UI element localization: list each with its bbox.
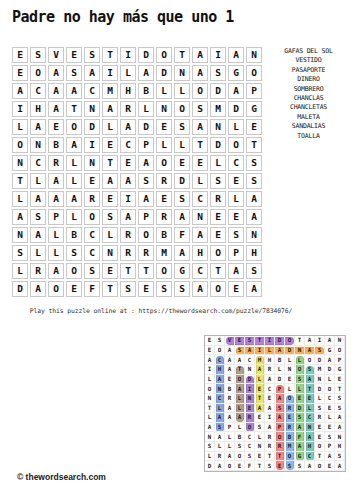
- solution-cell: C: [305, 452, 315, 462]
- grid-cell: L: [156, 83, 172, 99]
- solution-cell: A: [275, 394, 285, 404]
- solution-cell: L: [215, 442, 225, 452]
- word-list-item: PASAPORTE: [264, 66, 353, 75]
- solution-cell: A: [275, 346, 285, 356]
- grid-cell: N: [246, 227, 262, 243]
- grid-cell: N: [210, 119, 226, 135]
- solution-cell: S: [245, 452, 255, 462]
- grid-cell: H: [192, 245, 208, 261]
- solution-cell: P: [325, 442, 335, 452]
- solution-cell: O: [215, 346, 225, 356]
- solution-cell: E: [305, 394, 315, 404]
- grid-cell: R: [156, 173, 172, 189]
- grid-cell: O: [156, 155, 172, 171]
- solution-cell: C: [325, 394, 335, 404]
- grid-cell: E: [228, 281, 244, 297]
- solution-cell: R: [265, 365, 275, 375]
- grid-cell: R: [210, 191, 226, 207]
- word-list-item: MALETA: [264, 113, 353, 122]
- grid-cell: T: [66, 101, 82, 117]
- grid-cell: F: [174, 227, 190, 243]
- grid-cell: D: [84, 119, 100, 135]
- solution-cell: P: [275, 384, 285, 394]
- solution-cell: E: [255, 413, 265, 423]
- grid-cell: E: [12, 65, 28, 81]
- solution-cell: T: [235, 365, 245, 375]
- grid-cell: L: [66, 173, 82, 189]
- grid-cell: S: [210, 173, 226, 189]
- solution-cell: S: [325, 432, 335, 442]
- grid-cell: E: [84, 173, 100, 189]
- grid-cell: D: [138, 47, 154, 63]
- solution-cell: S: [315, 346, 325, 356]
- solution-cell: E: [225, 375, 235, 385]
- solution-cell: H: [335, 442, 345, 452]
- solution-cell: L: [225, 432, 235, 442]
- grid-cell: O: [66, 263, 82, 279]
- grid-cell: S: [228, 227, 244, 243]
- grid-cell: O: [210, 245, 226, 261]
- solution-cell: A: [225, 346, 235, 356]
- grid-cell: D: [12, 281, 28, 297]
- solution-cell: R: [285, 423, 295, 433]
- grid-cell: L: [102, 227, 118, 243]
- grid-cell: A: [48, 173, 64, 189]
- solution-cell: L: [255, 375, 265, 385]
- solution-cell: R: [275, 442, 285, 452]
- solution-cell: N: [205, 394, 215, 404]
- grid-cell: N: [156, 101, 172, 117]
- grid-cell: D: [210, 137, 226, 153]
- solution-cell: O: [285, 394, 295, 404]
- grid-cell: A: [66, 83, 82, 99]
- grid-cell: A: [102, 101, 118, 117]
- solution-cell: N: [215, 384, 225, 394]
- grid-cell: A: [48, 101, 64, 117]
- solution-cell: F: [245, 461, 255, 471]
- solution-cell: T: [255, 394, 265, 404]
- grid-cell: E: [156, 119, 172, 135]
- grid-cell: L: [12, 263, 28, 279]
- solution-cell: E: [325, 461, 335, 471]
- grid-cell: A: [138, 191, 154, 207]
- solution-cell: E: [285, 413, 295, 423]
- solution-cell: S: [235, 442, 245, 452]
- grid-cell: L: [228, 119, 244, 135]
- grid-cell: T: [102, 155, 118, 171]
- solution-cell: H: [215, 365, 225, 375]
- word-list-item: TOALLA: [264, 132, 353, 141]
- grid-cell: N: [30, 137, 46, 153]
- solution-cell: R: [285, 404, 295, 414]
- solution-cell: B: [285, 432, 295, 442]
- solution-cell: E: [275, 461, 285, 471]
- solution-cell: T: [255, 461, 265, 471]
- grid-cell: B: [156, 227, 172, 243]
- grid-cell: P: [138, 137, 154, 153]
- solution-cell: A: [215, 413, 225, 423]
- solution-cell: O: [315, 461, 325, 471]
- grid-cell: T: [246, 137, 262, 153]
- solution-cell: P: [275, 423, 285, 433]
- grid-cell: C: [120, 137, 136, 153]
- solution-cell: A: [245, 346, 255, 356]
- solution-cell: O: [315, 442, 325, 452]
- solution-cell: S: [335, 404, 345, 414]
- grid-cell: A: [48, 191, 64, 207]
- solution-cell: D: [245, 375, 255, 385]
- grid-cell: L: [210, 155, 226, 171]
- grid-cell: G: [246, 101, 262, 117]
- grid-cell: I: [120, 191, 136, 207]
- grid-cell: O: [138, 227, 154, 243]
- solution-cell: A: [265, 375, 275, 385]
- grid-cell: N: [246, 47, 262, 63]
- grid-cell: E: [210, 209, 226, 225]
- solution-cell: B: [225, 384, 235, 394]
- solution-cell: C: [215, 394, 225, 404]
- solution-cell: O: [275, 432, 285, 442]
- solution-cell: O: [305, 355, 315, 365]
- grid-cell: E: [174, 155, 190, 171]
- solution-cell: C: [245, 355, 255, 365]
- solution-cell: A: [305, 432, 315, 442]
- solution-cell: L: [205, 413, 215, 423]
- solution-cell: A: [215, 461, 225, 471]
- grid-cell: L: [30, 245, 46, 261]
- grid-cell: C: [30, 155, 46, 171]
- grid-cell: S: [102, 209, 118, 225]
- solution-cell: L: [315, 394, 325, 404]
- grid-cell: C: [192, 191, 208, 207]
- solution-cell: A: [235, 384, 245, 394]
- solution-cell: I: [265, 413, 275, 423]
- grid-cell: D: [138, 119, 154, 135]
- grid-cell: I: [12, 101, 28, 117]
- grid-cell: P: [48, 209, 64, 225]
- word-list-item: SOMBRERO: [264, 85, 353, 94]
- solution-cell: A: [335, 423, 345, 433]
- solution-cell: O: [285, 452, 295, 462]
- grid-cell: M: [102, 83, 118, 99]
- grid-cell: A: [174, 245, 190, 261]
- grid-cell: O: [174, 101, 190, 117]
- grid-cell: T: [102, 281, 118, 297]
- grid-cell: R: [120, 101, 136, 117]
- grid-cell: L: [48, 227, 64, 243]
- solution-cell: N: [245, 394, 255, 404]
- solution-cell: A: [305, 375, 315, 385]
- grid-cell: A: [120, 119, 136, 135]
- grid-cell: A: [30, 227, 46, 243]
- grid-cell: C: [228, 155, 244, 171]
- grid-cell: S: [174, 191, 190, 207]
- solution-cell: S: [235, 346, 245, 356]
- solution-cell: H: [305, 442, 315, 452]
- puzzle-title: Padre no hay más que uno 1: [12, 8, 234, 26]
- solution-cell: R: [315, 413, 325, 423]
- grid-cell: A: [192, 47, 208, 63]
- solution-cell: R: [265, 432, 275, 442]
- solution-cell: C: [305, 413, 315, 423]
- solution-cell: N: [245, 365, 255, 375]
- solution-cell: L: [295, 384, 305, 394]
- solution-cell: T: [295, 336, 305, 346]
- grid-cell: T: [192, 137, 208, 153]
- solution-cell: A: [325, 336, 335, 346]
- solution-cell: L: [255, 432, 265, 442]
- solution-cell: C: [215, 355, 225, 365]
- solution-cell: A: [205, 355, 215, 365]
- grid-cell: S: [30, 47, 46, 63]
- word-list-item: SANDALIAS: [264, 122, 353, 131]
- solution-cell: V: [225, 336, 235, 346]
- solution-cell: G: [325, 346, 335, 356]
- solution-cell: C: [245, 432, 255, 442]
- solution-cell: P: [335, 355, 345, 365]
- grid-cell: O: [12, 137, 28, 153]
- grid-cell: A: [138, 65, 154, 81]
- grid-cell: P: [246, 83, 262, 99]
- solution-cell: T: [265, 452, 275, 462]
- grid-cell: R: [84, 191, 100, 207]
- solution-cell: B: [275, 355, 285, 365]
- grid-cell: T: [138, 263, 154, 279]
- grid-cell: C: [30, 83, 46, 99]
- solution-cell: A: [255, 365, 265, 375]
- play-online-text: Play this puzzle online at : https://the…: [0, 307, 322, 315]
- grid-cell: O: [246, 65, 262, 81]
- grid-cell: N: [84, 101, 100, 117]
- grid-cell: E: [12, 47, 28, 63]
- solution-cell: P: [225, 423, 235, 433]
- solution-cell: A: [235, 355, 245, 365]
- grid-cell: E: [102, 263, 118, 279]
- solution-cell: O: [245, 423, 255, 433]
- grid-cell: O: [48, 281, 64, 297]
- grid-cell: I: [84, 137, 100, 153]
- solution-cell: F: [295, 432, 305, 442]
- solution-cell: E: [315, 423, 325, 433]
- grid-cell: I: [120, 47, 136, 63]
- grid-cell: R: [30, 263, 46, 279]
- solution-cell: S: [305, 365, 315, 375]
- solution-cell: A: [235, 413, 245, 423]
- solution-cell: L: [205, 452, 215, 462]
- solution-cell: A: [295, 423, 305, 433]
- solution-cell: I: [205, 365, 215, 375]
- grid-cell: S: [174, 119, 190, 135]
- grid-cell: R: [138, 245, 154, 261]
- solution-cell: D: [275, 336, 285, 346]
- grid-cell: P: [228, 245, 244, 261]
- grid-cell: I: [210, 47, 226, 63]
- word-list-item: CHANCLAS: [264, 94, 353, 103]
- solution-cell: A: [225, 452, 235, 462]
- puzzle-grid: ESVESTIDOTAIANEOASAILADNASGOACAACMHBLLOD…: [12, 47, 262, 297]
- grid-cell: A: [12, 83, 28, 99]
- solution-cell: E: [255, 452, 265, 462]
- solution-cell: S: [285, 461, 295, 471]
- grid-cell: N: [174, 65, 190, 81]
- grid-cell: A: [192, 119, 208, 135]
- grid-cell: O: [210, 281, 226, 297]
- solution-cell: O: [235, 375, 245, 385]
- grid-cell: A: [66, 137, 82, 153]
- grid-cell: A: [192, 281, 208, 297]
- grid-cell: L: [228, 191, 244, 207]
- grid-cell: E: [246, 119, 262, 135]
- grid-cell: L: [102, 119, 118, 135]
- solution-cell: R: [225, 394, 235, 404]
- solution-cell: S: [295, 413, 305, 423]
- grid-cell: S: [156, 281, 172, 297]
- grid-cell: E: [102, 137, 118, 153]
- grid-cell: E: [66, 47, 82, 63]
- solution-cell: L: [305, 404, 315, 414]
- word-list-item: VESTIDO: [264, 56, 353, 65]
- grid-cell: E: [156, 191, 172, 207]
- grid-cell: G: [174, 263, 190, 279]
- solution-cell: T: [315, 452, 325, 462]
- grid-cell: A: [192, 227, 208, 243]
- solution-cell: O: [205, 384, 215, 394]
- solution-cell: N: [205, 432, 215, 442]
- solution-cell: A: [255, 404, 265, 414]
- grid-cell: D: [228, 101, 244, 117]
- solution-cell: O: [325, 384, 335, 394]
- grid-cell: R: [120, 245, 136, 261]
- grid-cell: A: [246, 209, 262, 225]
- solution-cell: L: [325, 413, 335, 423]
- solution-cell: A: [265, 423, 275, 433]
- grid-cell: E: [210, 227, 226, 243]
- grid-cell: B: [66, 227, 82, 243]
- solution-cell: L: [235, 404, 245, 414]
- solution-cell: L: [205, 375, 215, 385]
- grid-cell: S: [246, 263, 262, 279]
- solution-cell: T: [255, 336, 265, 346]
- solution-cell: L: [225, 442, 235, 452]
- solution-cell: S: [215, 336, 225, 346]
- solution-cell: D: [275, 375, 285, 385]
- solution-cell: R: [265, 442, 275, 452]
- solution-cell: I: [265, 336, 275, 346]
- solution-cell: E: [325, 404, 335, 414]
- grid-cell: N: [102, 245, 118, 261]
- grid-cell: A: [12, 209, 28, 225]
- solution-cell: S: [335, 394, 345, 404]
- solution-cell: N: [295, 346, 305, 356]
- grid-cell: L: [174, 83, 190, 99]
- grid-cell: A: [120, 209, 136, 225]
- solution-cell: D: [315, 355, 325, 365]
- solution-cell: G: [335, 365, 345, 375]
- solution-cell: T: [335, 384, 345, 394]
- grid-cell: L: [30, 173, 46, 189]
- solution-cell: S: [275, 404, 285, 414]
- solution-panel: ESVESTIDOTAIANEOASAILADNASGOACAACMHBLLOD…: [204, 335, 346, 472]
- solution-cell: N: [335, 336, 345, 346]
- solution-cell: A: [305, 346, 315, 356]
- grid-cell: R: [48, 155, 64, 171]
- grid-cell: T: [12, 173, 28, 189]
- solution-cell: N: [255, 442, 265, 452]
- solution-cell: S: [335, 452, 345, 462]
- grid-cell: S: [84, 47, 100, 63]
- grid-cell: L: [12, 191, 28, 207]
- grid-cell: E: [228, 173, 244, 189]
- grid-cell: E: [120, 155, 136, 171]
- grid-cell: L: [120, 65, 136, 81]
- grid-cell: S: [246, 173, 262, 189]
- solution-cell: A: [335, 413, 345, 423]
- grid-cell: H: [246, 245, 262, 261]
- grid-cell: L: [192, 173, 208, 189]
- grid-cell: O: [84, 209, 100, 225]
- grid-cell: O: [156, 47, 172, 63]
- grid-cell: O: [30, 65, 46, 81]
- grid-cell: A: [246, 191, 262, 207]
- solution-cell: S: [315, 404, 325, 414]
- grid-cell: O: [228, 137, 244, 153]
- solution-cell: A: [305, 461, 315, 471]
- grid-cell: E: [102, 191, 118, 207]
- solution-cell: O: [335, 346, 345, 356]
- solution-cell: M: [285, 442, 295, 452]
- solution-cell: L: [235, 394, 245, 404]
- grid-cell: L: [174, 137, 190, 153]
- solution-cell: A: [295, 442, 305, 452]
- word-list-item: DINERO: [264, 75, 353, 84]
- grid-cell: A: [30, 281, 46, 297]
- grid-cell: A: [48, 263, 64, 279]
- solution-cell: B: [235, 432, 245, 442]
- grid-cell: E: [138, 281, 154, 297]
- solution-cell: E: [235, 461, 245, 471]
- solution-cell: T: [205, 404, 215, 414]
- grid-cell: A: [138, 155, 154, 171]
- solution-cell: R: [245, 413, 255, 423]
- solution-cell: N: [305, 423, 315, 433]
- solution-cell: A: [225, 355, 235, 365]
- solution-cell: S: [295, 375, 305, 385]
- grid-cell: C: [84, 227, 100, 243]
- solution-cell: I: [245, 384, 255, 394]
- grid-cell: T: [210, 263, 226, 279]
- grid-cell: S: [246, 155, 262, 171]
- solution-cell: L: [215, 404, 225, 414]
- grid-cell: S: [174, 281, 190, 297]
- grid-cell: T: [174, 47, 190, 63]
- solution-grid: ESVESTIDOTAIANEOASAILADNASGOACAACMHBLLOD…: [205, 336, 345, 471]
- solution-cell: A: [325, 452, 335, 462]
- solution-cell: D: [315, 384, 325, 394]
- solution-cell: E: [315, 432, 325, 442]
- solution-cell: A: [275, 413, 285, 423]
- grid-cell: H: [30, 101, 46, 117]
- grid-cell: O: [192, 83, 208, 99]
- grid-cell: N: [12, 155, 28, 171]
- solution-cell: A: [265, 404, 275, 414]
- solution-cell: G: [295, 452, 305, 462]
- solution-cell: I: [315, 336, 325, 346]
- solution-cell: O: [285, 336, 295, 346]
- solution-cell: A: [325, 355, 335, 365]
- grid-cell: A: [48, 65, 64, 81]
- grid-cell: V: [48, 47, 64, 63]
- grid-cell: N: [84, 155, 100, 171]
